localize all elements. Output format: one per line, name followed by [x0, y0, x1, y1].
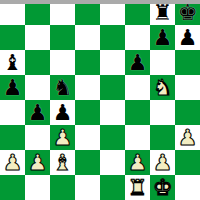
square-a7[interactable]: [0, 25, 25, 50]
black-pawn[interactable]: ♟: [153, 25, 173, 50]
square-b5[interactable]: [25, 75, 50, 100]
square-a3[interactable]: [0, 125, 25, 150]
white-pawn[interactable]: ♟: [178, 125, 198, 150]
square-c1[interactable]: [50, 175, 75, 200]
square-g4[interactable]: [150, 100, 175, 125]
white-king[interactable]: ♚: [153, 175, 173, 200]
square-c7[interactable]: [50, 25, 75, 50]
window-edge-strip: [0, 0, 200, 4]
white-pawn[interactable]: ♟: [53, 125, 73, 150]
square-h1[interactable]: [175, 175, 200, 200]
square-g3[interactable]: [150, 125, 175, 150]
square-b2[interactable]: ♟: [25, 150, 50, 175]
square-e7[interactable]: [100, 25, 125, 50]
square-h2[interactable]: [175, 150, 200, 175]
square-h4[interactable]: [175, 100, 200, 125]
square-g6[interactable]: [150, 50, 175, 75]
white-pawn[interactable]: ♟: [153, 150, 173, 175]
chess-board: ♜♚♟♟♝♟♟♞♞♟♟♟♟♟♟♝♟♟♜♚: [0, 0, 200, 200]
square-f2[interactable]: ♟: [125, 150, 150, 175]
square-d1[interactable]: [75, 175, 100, 200]
square-d4[interactable]: [75, 100, 100, 125]
black-knight[interactable]: ♞: [53, 75, 73, 100]
square-a6[interactable]: ♝: [0, 50, 25, 75]
square-f1[interactable]: ♜: [125, 175, 150, 200]
square-g2[interactable]: ♟: [150, 150, 175, 175]
square-g5[interactable]: ♞: [150, 75, 175, 100]
square-h3[interactable]: ♟: [175, 125, 200, 150]
square-a4[interactable]: [0, 100, 25, 125]
square-c5[interactable]: ♞: [50, 75, 75, 100]
square-e2[interactable]: [100, 150, 125, 175]
square-e5[interactable]: [100, 75, 125, 100]
white-pawn[interactable]: ♟: [28, 150, 48, 175]
square-g7[interactable]: ♟: [150, 25, 175, 50]
square-b4[interactable]: ♟: [25, 100, 50, 125]
square-g1[interactable]: ♚: [150, 175, 175, 200]
square-e4[interactable]: [100, 100, 125, 125]
white-pawn[interactable]: ♟: [3, 150, 23, 175]
square-h6[interactable]: [175, 50, 200, 75]
square-c3[interactable]: ♟: [50, 125, 75, 150]
square-c4[interactable]: ♟: [50, 100, 75, 125]
square-f5[interactable]: [125, 75, 150, 100]
white-pawn[interactable]: ♟: [128, 150, 148, 175]
square-d6[interactable]: [75, 50, 100, 75]
square-d7[interactable]: [75, 25, 100, 50]
square-b3[interactable]: [25, 125, 50, 150]
square-d3[interactable]: [75, 125, 100, 150]
square-e6[interactable]: [100, 50, 125, 75]
black-pawn[interactable]: ♟: [178, 25, 198, 50]
board-wrap: ♜♚♟♟♝♟♟♞♞♟♟♟♟♟♟♝♟♟♜♚: [0, 0, 200, 200]
square-d5[interactable]: [75, 75, 100, 100]
square-a1[interactable]: [0, 175, 25, 200]
black-bishop[interactable]: ♝: [3, 50, 23, 75]
square-b6[interactable]: [25, 50, 50, 75]
square-e3[interactable]: [100, 125, 125, 150]
black-pawn[interactable]: ♟: [3, 75, 23, 100]
black-pawn[interactable]: ♟: [128, 50, 148, 75]
square-f6[interactable]: ♟: [125, 50, 150, 75]
black-pawn[interactable]: ♟: [53, 100, 73, 125]
square-f3[interactable]: [125, 125, 150, 150]
square-f7[interactable]: [125, 25, 150, 50]
black-pawn[interactable]: ♟: [28, 100, 48, 125]
square-h7[interactable]: ♟: [175, 25, 200, 50]
square-b7[interactable]: [25, 25, 50, 50]
white-knight[interactable]: ♞: [153, 75, 173, 100]
square-d2[interactable]: [75, 150, 100, 175]
square-c2[interactable]: ♝: [50, 150, 75, 175]
square-c6[interactable]: [50, 50, 75, 75]
square-a2[interactable]: ♟: [0, 150, 25, 175]
square-e1[interactable]: [100, 175, 125, 200]
square-h5[interactable]: [175, 75, 200, 100]
square-a5[interactable]: ♟: [0, 75, 25, 100]
square-f4[interactable]: [125, 100, 150, 125]
square-b1[interactable]: [25, 175, 50, 200]
white-bishop[interactable]: ♝: [53, 150, 73, 175]
white-rook[interactable]: ♜: [128, 175, 148, 200]
